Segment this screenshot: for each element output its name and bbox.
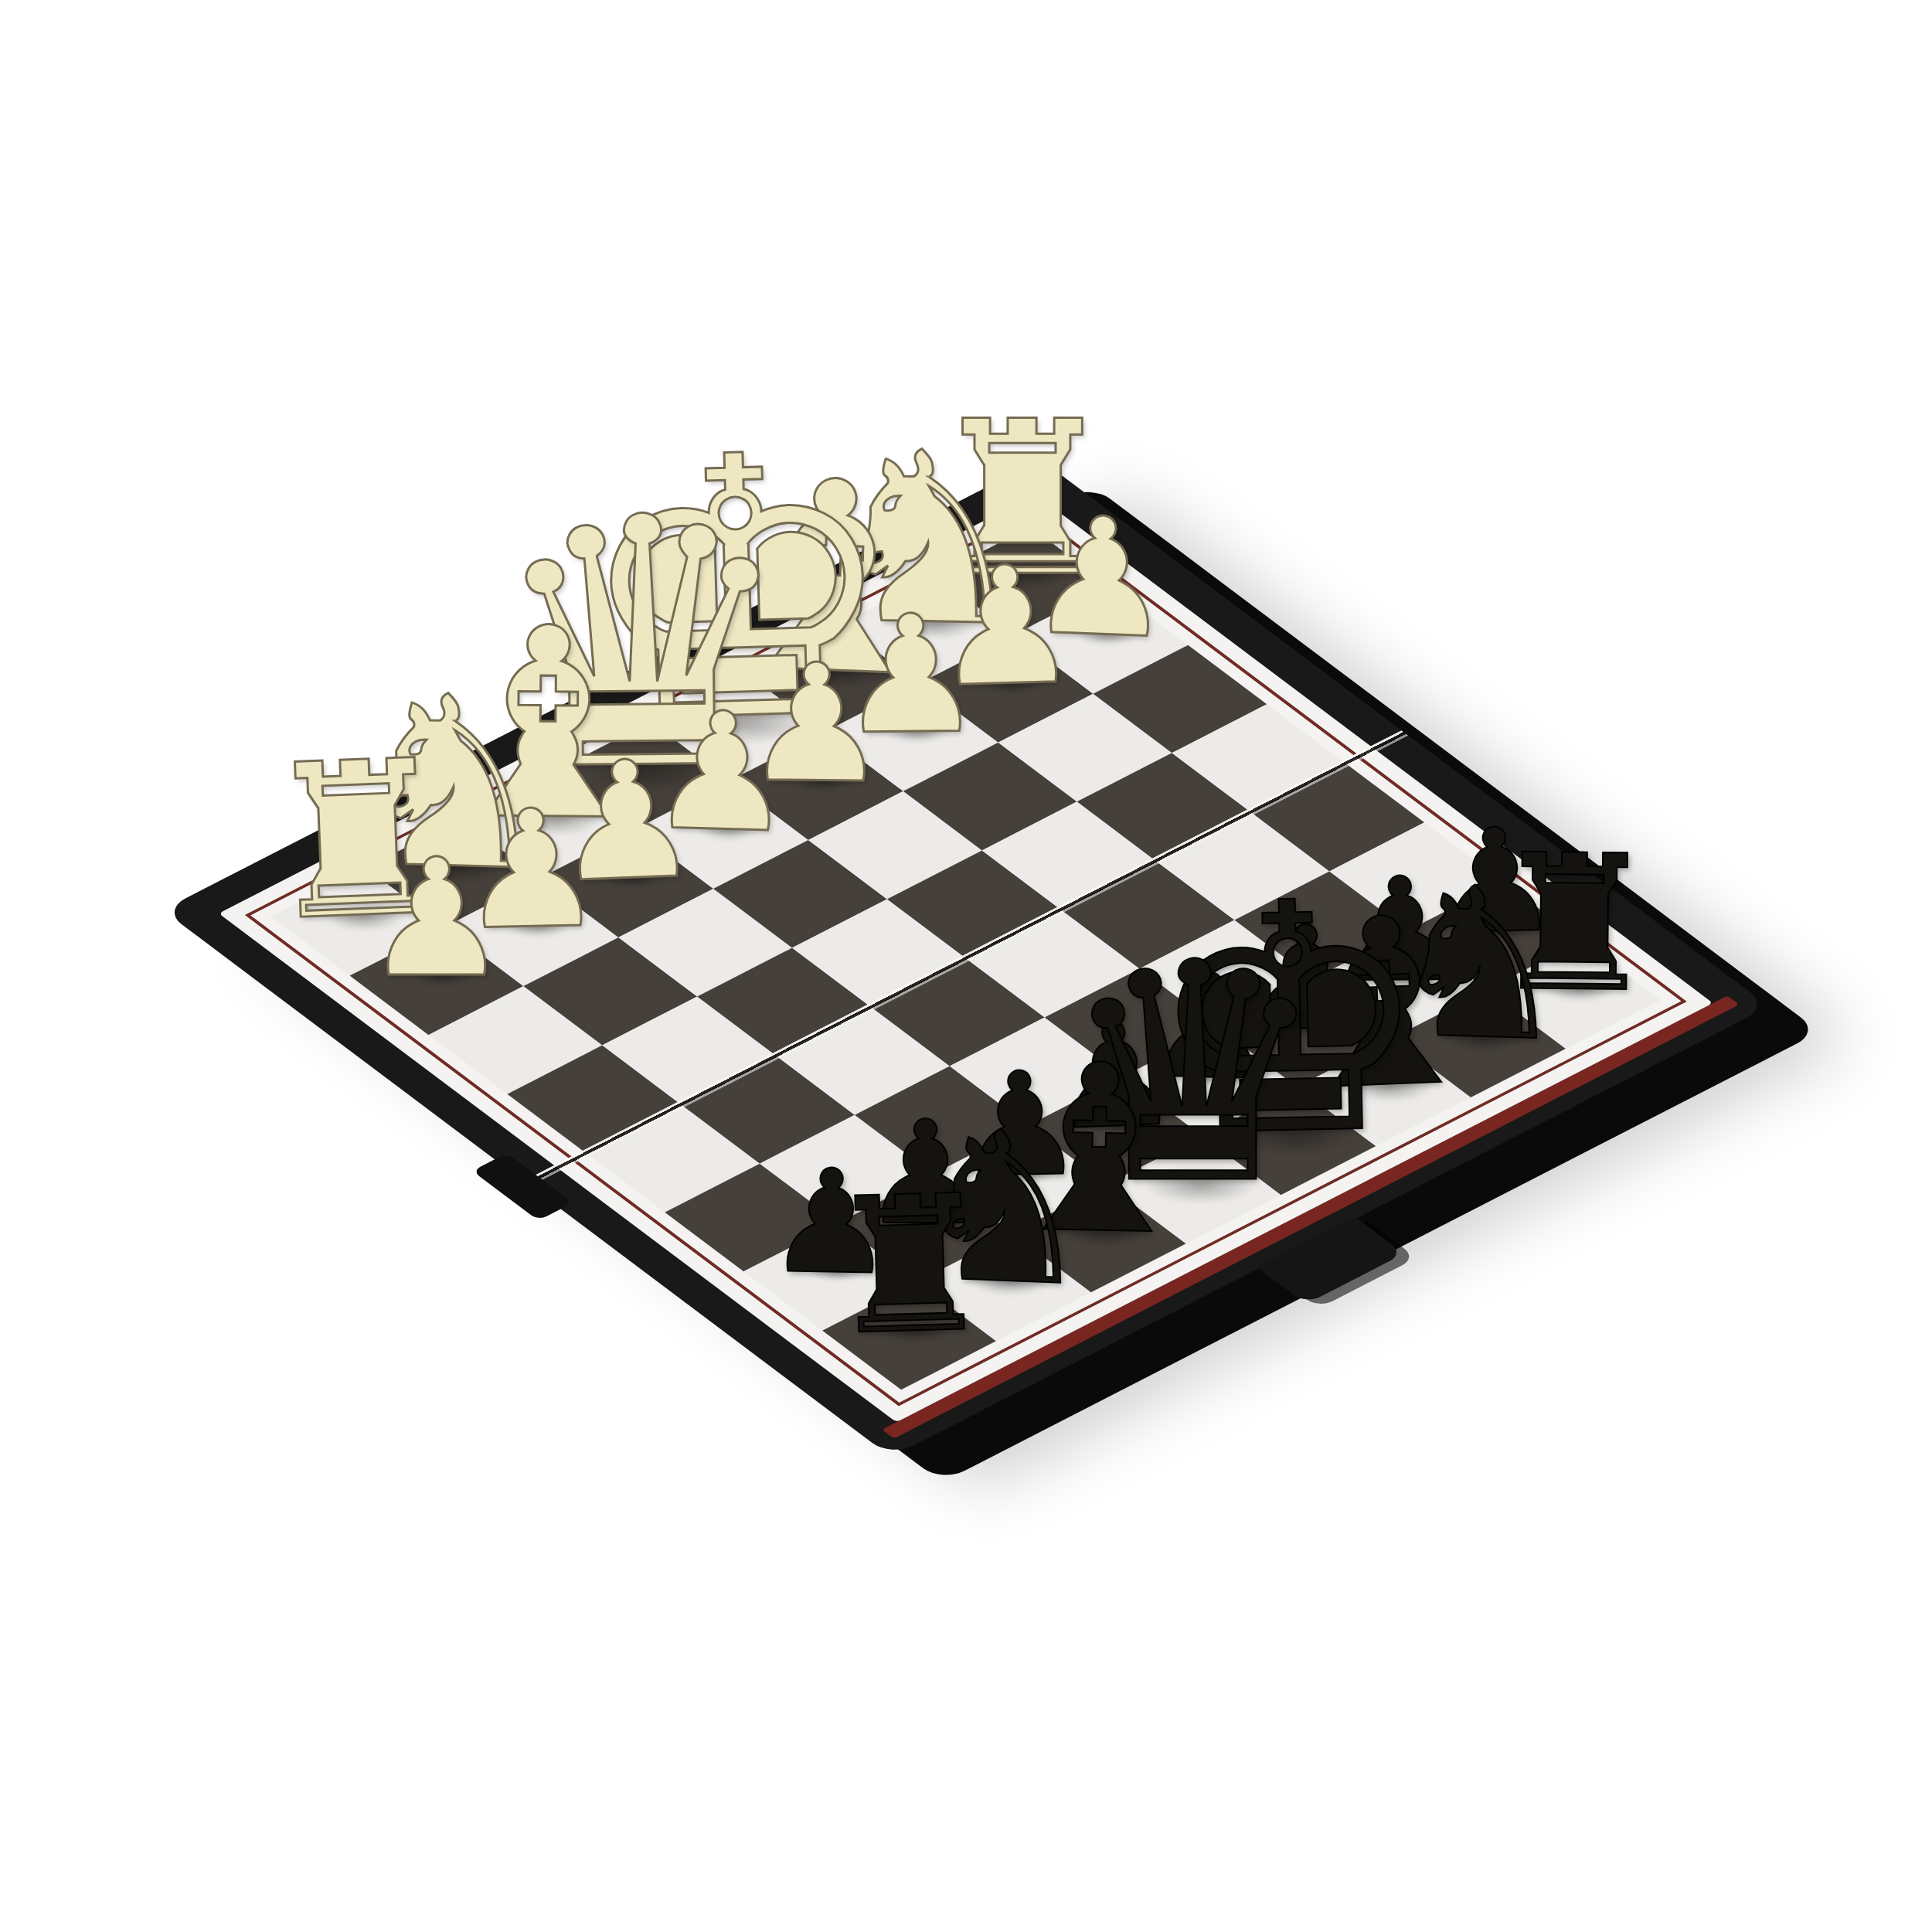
black-rook[interactable]: ♜	[823, 1169, 996, 1361]
white-pawn[interactable]: ♟	[364, 838, 509, 1001]
product-photo-scene: ♜♞♝♛♚♝♞♜♟♟♟♟♟♟♟♟♟♟♟♟♟♟♟♟♜♞♝♛♚♝♞♜	[0, 0, 1932, 1932]
